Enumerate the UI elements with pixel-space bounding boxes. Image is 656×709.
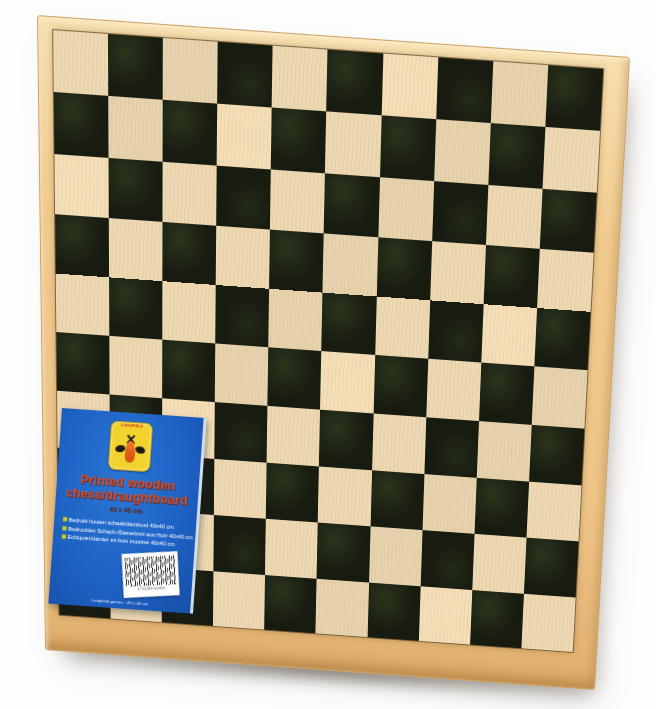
- black-piece-icon: [134, 445, 146, 455]
- square-r7c5: [267, 406, 321, 467]
- square-r7c8: [424, 417, 479, 478]
- square-r5c3: [162, 281, 216, 344]
- barcode-digits: 8 711269 410401: [136, 586, 166, 591]
- square-r5c4: [216, 285, 270, 348]
- square-r8c8: [422, 474, 476, 534]
- bullet-square-icon: [63, 517, 67, 521]
- square-r10c8: [419, 586, 473, 645]
- barcode-bars-icon: [125, 555, 176, 587]
- product-label: LONGFIELD Printed wooden chess/draughtbo…: [48, 408, 206, 614]
- pawn-logo-icon: [109, 432, 151, 469]
- square-r4c9: [483, 245, 539, 308]
- square-r5c7: [375, 297, 430, 360]
- square-r6c8: [426, 359, 481, 421]
- square-r6c10: [532, 367, 588, 429]
- square-r1c10: [545, 65, 603, 131]
- square-r8c9: [474, 478, 529, 538]
- square-r2c9: [488, 123, 545, 188]
- square-r2c6: [325, 112, 381, 177]
- square-r9c9: [472, 534, 526, 593]
- square-r3c8: [432, 181, 488, 245]
- square-r6c6: [320, 352, 374, 414]
- square-r5c5: [269, 289, 323, 352]
- square-r5c2: [109, 278, 162, 341]
- square-r6c1: [56, 333, 109, 395]
- square-r2c5: [271, 108, 326, 173]
- square-r6c7: [373, 355, 428, 417]
- square-r9c6: [317, 523, 370, 582]
- square-r9c10: [524, 538, 579, 597]
- square-r1c1: [53, 30, 108, 96]
- square-r3c4: [216, 165, 271, 229]
- square-r5c8: [428, 301, 483, 363]
- square-r8c4: [214, 459, 267, 519]
- square-r9c7: [369, 527, 423, 586]
- square-r10c4: [213, 571, 265, 630]
- square-r8c5: [266, 463, 319, 523]
- square-r3c1: [54, 154, 108, 218]
- square-r7c9: [477, 421, 532, 482]
- square-r3c3: [163, 161, 217, 225]
- square-r3c5: [270, 169, 325, 233]
- longfield-logo: LONGFIELD: [108, 420, 153, 472]
- square-r3c7: [378, 177, 434, 241]
- square-r5c1: [56, 274, 110, 337]
- square-r3c10: [540, 188, 597, 252]
- square-r4c8: [430, 241, 486, 304]
- square-r1c8: [436, 57, 493, 123]
- square-r4c3: [163, 222, 217, 285]
- square-r1c5: [272, 46, 328, 112]
- square-r4c7: [376, 237, 431, 300]
- square-r3c6: [324, 173, 379, 237]
- square-r3c2: [109, 157, 163, 221]
- square-r10c7: [367, 582, 420, 641]
- square-r2c1: [54, 92, 109, 157]
- square-r6c2: [109, 336, 162, 398]
- square-r10c10: [521, 593, 575, 652]
- square-r1c7: [381, 53, 438, 119]
- square-r3c9: [486, 185, 543, 249]
- square-r2c2: [108, 96, 163, 161]
- square-r6c9: [479, 363, 534, 425]
- barcode: 8 711269 410401: [121, 551, 179, 598]
- square-r6c5: [268, 348, 322, 410]
- square-r7c10: [529, 425, 584, 486]
- square-r6c3: [162, 340, 215, 402]
- square-r5c9: [481, 304, 537, 366]
- bullet-square-icon: [62, 535, 66, 539]
- square-r9c4: [214, 515, 266, 574]
- square-r7c6: [319, 409, 373, 470]
- square-r1c4: [217, 42, 272, 108]
- square-r7c4: [215, 402, 268, 463]
- logo-brand-text: LONGFIELD: [119, 422, 144, 429]
- square-r5c6: [322, 293, 377, 356]
- square-r2c4: [217, 104, 272, 169]
- square-r1c3: [163, 38, 218, 104]
- square-r9c5: [265, 519, 318, 578]
- square-r10c5: [265, 575, 317, 634]
- square-r7c7: [372, 413, 426, 474]
- square-r1c2: [108, 34, 163, 100]
- square-r8c6: [318, 467, 372, 527]
- square-r6c4: [215, 344, 269, 406]
- square-r4c6: [323, 233, 378, 296]
- square-r2c7: [380, 116, 436, 181]
- square-r8c7: [370, 470, 424, 530]
- square-r10c9: [470, 590, 524, 649]
- square-r4c5: [269, 229, 324, 292]
- square-r2c10: [542, 127, 600, 192]
- square-r2c3: [163, 100, 218, 165]
- bullet-square-icon: [63, 526, 67, 530]
- square-r1c9: [491, 61, 549, 127]
- square-r4c2: [109, 218, 163, 281]
- label-bullets: Bedrukt houten schaak/dambord 40x40 cmBe…: [62, 515, 183, 549]
- square-r8c10: [526, 482, 581, 542]
- square-r4c1: [55, 214, 109, 277]
- square-r1c6: [327, 50, 383, 116]
- square-r9c8: [420, 530, 474, 589]
- square-r2c8: [434, 119, 491, 184]
- square-r4c10: [537, 249, 594, 312]
- square-r5c10: [534, 308, 590, 370]
- square-r10c6: [316, 579, 369, 638]
- square-r4c4: [216, 226, 270, 289]
